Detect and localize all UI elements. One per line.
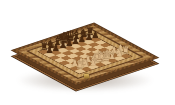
piece-white-rook: ♜ bbox=[121, 46, 131, 56]
square-b1: ♞ bbox=[113, 56, 125, 61]
square-h6 bbox=[49, 55, 61, 60]
square-a5 bbox=[99, 43, 111, 48]
piece-black-rook: ♜ bbox=[85, 27, 95, 37]
piece-black-rook: ♜ bbox=[39, 42, 49, 52]
square-c1: ♝ bbox=[107, 58, 119, 63]
product-photo-chess-set: ♜♟♟♜♞♟♟♞♝♟♟♝♛♟♟♛♚♟♟♚♝♟♟♝♞♟♟♞♜♟♟♜ bbox=[0, 0, 175, 105]
piece-black-pawn: ♟ bbox=[91, 31, 100, 40]
piece-white-knight: ♞ bbox=[114, 47, 125, 58]
square-c4 bbox=[92, 50, 104, 55]
square-g7: ♟ bbox=[50, 50, 62, 55]
square-h1: ♜ bbox=[74, 69, 86, 74]
brass-hinge bbox=[84, 74, 89, 78]
piece-black-knight: ♞ bbox=[78, 28, 89, 39]
square-a4 bbox=[105, 45, 117, 50]
square-a2: ♟ bbox=[115, 51, 127, 56]
board-squares: ♜♟♟♜♞♟♟♞♝♟♟♝♛♟♟♛♚♟♟♚♝♟♟♝♞♟♟♞♜♟♟♜ bbox=[37, 34, 132, 74]
square-a1: ♜ bbox=[120, 54, 132, 59]
piece-black-knight: ♞ bbox=[45, 39, 56, 50]
piece-black-king: ♚ bbox=[56, 30, 71, 45]
